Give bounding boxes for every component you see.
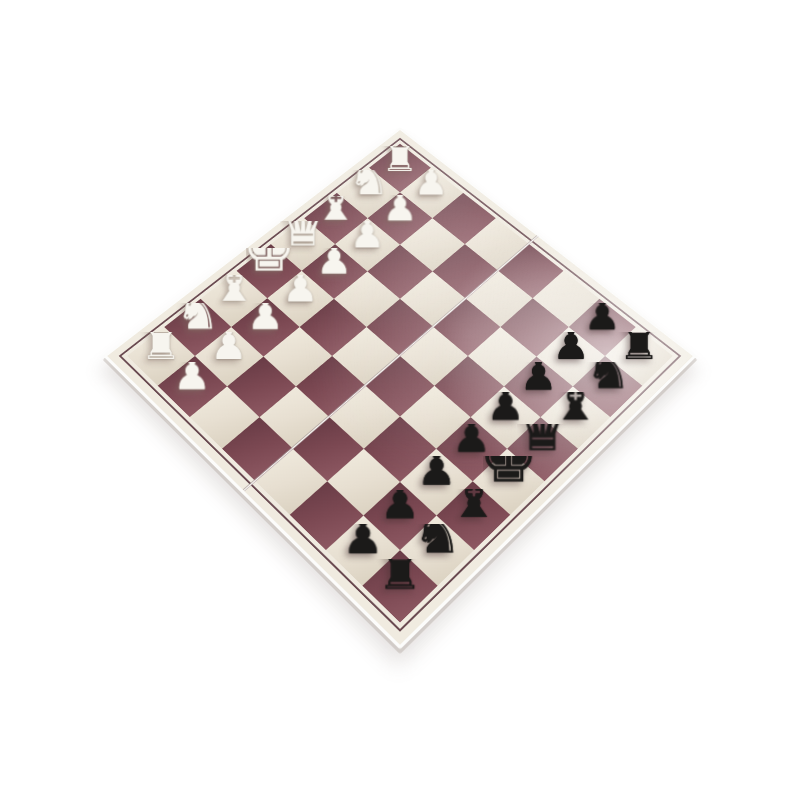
black-pawn-f7: ♟ [411,456,462,507]
black-queen-icon: ♛ [515,398,569,459]
black-pawn-icon: ♟ [452,415,491,459]
white-queen-d1: ♛ [280,221,326,267]
black-pawn-g7: ♟ [374,489,426,541]
white-king-e1: ♚ [246,248,292,294]
black-pawn-icon: ♟ [380,481,421,526]
white-rook-icon: ♜ [381,135,419,177]
black-king-icon: ♚ [479,426,538,492]
black-knight-icon: ♞ [413,506,462,561]
white-pawn-icon: ♟ [211,324,249,366]
black-king-e8: ♚ [483,456,534,507]
white-bishop-icon: ♝ [315,179,359,228]
white-pawn-icon: ♟ [282,267,319,308]
black-pawn-a7: ♟ [578,303,626,351]
black-pawn-icon: ♟ [583,295,620,336]
white-knight-b1: ♞ [346,170,390,214]
white-knight-g1: ♞ [174,303,222,351]
black-pawn-h7: ♟ [336,523,389,576]
white-knight-icon: ♞ [348,156,389,202]
white-pawn-icon: ♟ [350,214,386,254]
white-pawn-a2: ♟ [409,170,453,214]
black-rook-icon: ♜ [618,320,659,366]
black-pawn-icon: ♟ [486,384,525,427]
product-photo: ♜♟♞♟♝♟♛♟♚♟♝♟♟♞♜♟♟♜♞♟♟♝♟♛♟♚♟♝♟♞♟♜ [0,0,800,800]
white-bishop-c1: ♝ [314,196,359,241]
white-king-icon: ♚ [242,221,295,280]
white-bishop-f1: ♝ [211,275,258,322]
black-pawn-icon: ♟ [342,515,383,561]
white-pawn-h2: ♟ [168,362,217,411]
black-rook-h8: ♜ [373,559,427,613]
black-queen-d8: ♛ [517,423,567,473]
white-queen-icon: ♛ [279,199,328,254]
white-pawn-icon: ♟ [247,295,284,336]
black-knight-icon: ♞ [585,345,630,396]
black-pawn-icon: ♟ [519,354,557,397]
black-pawn-c7: ♟ [514,362,563,411]
white-pawn-icon: ♟ [316,240,352,280]
black-pawn-b7: ♟ [546,332,594,380]
black-pawn-icon: ♟ [416,447,456,492]
white-pawn-icon: ♟ [414,163,449,202]
white-pawn-icon: ♟ [382,188,417,227]
white-pawn-d2: ♟ [311,248,357,294]
black-bishop-icon: ♝ [448,470,498,526]
white-pawn-f2: ♟ [242,303,290,351]
white-pawn-b2: ♟ [377,196,422,241]
chess-board: ♜♟♞♟♝♟♛♟♚♟♝♟♟♞♜♟♟♜♞♟♟♝♟♛♟♚♟♝♟♞♟♜ [103,127,697,649]
white-pawn-icon: ♟ [173,354,211,397]
black-rook-icon: ♜ [377,546,423,597]
black-pawn-d7: ♟ [481,392,531,442]
black-pawn-icon: ♟ [552,324,590,366]
white-pawn-g2: ♟ [205,332,253,380]
black-bishop-icon: ♝ [552,374,600,428]
black-knight-g8: ♞ [411,523,464,576]
pieces-layer: ♜♟♞♟♝♟♛♟♚♟♝♟♟♞♜♟♟♜♞♟♟♝♟♛♟♚♟♝♟♞♟♜ [127,144,673,623]
white-bishop-icon: ♝ [211,258,256,309]
black-bishop-f8: ♝ [447,489,499,541]
white-rook-h1: ♜ [137,332,185,380]
white-rook-icon: ♜ [141,320,182,366]
white-pawn-e2: ♟ [277,275,324,322]
black-rook-a8: ♜ [615,332,663,380]
white-rook-a1: ♜ [378,146,422,190]
white-knight-icon: ♞ [176,287,220,336]
black-pawn-e7: ♟ [446,423,496,473]
black-knight-b8: ♞ [583,362,632,411]
black-bishop-c8: ♝ [551,392,601,442]
white-pawn-c2: ♟ [345,221,391,267]
